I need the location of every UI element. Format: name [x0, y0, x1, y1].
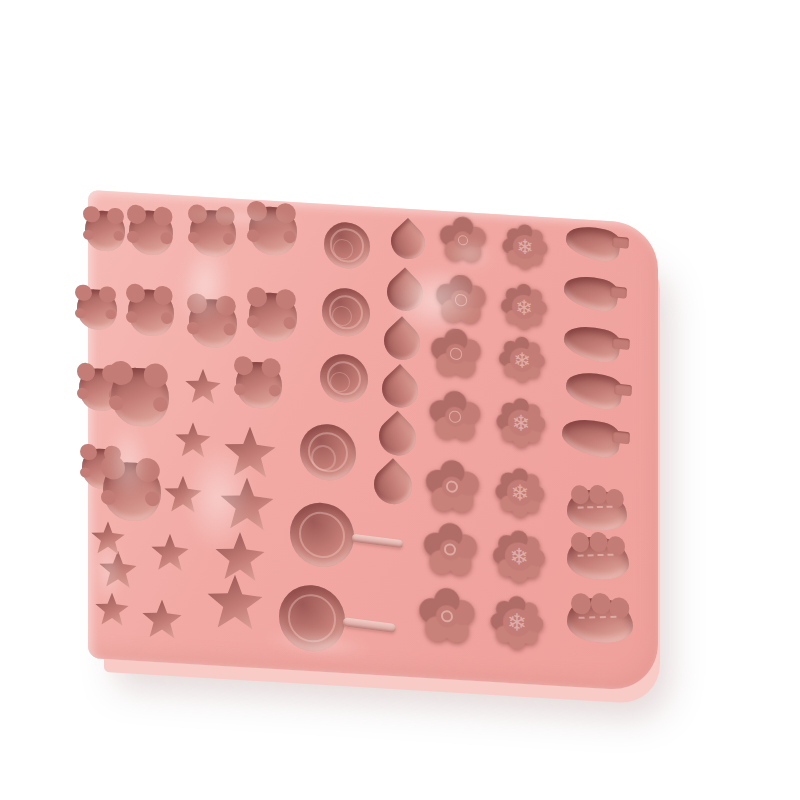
cavity-bear: [236, 361, 282, 410]
cavity-berry: [322, 287, 370, 338]
cavity-snowflake: [490, 594, 544, 651]
cavity-star: [215, 531, 265, 584]
silicone-mold: [88, 190, 658, 692]
cavity-star: [142, 598, 182, 640]
cavity-berry: [324, 221, 370, 270]
cavity-snowflake: [502, 223, 548, 272]
cavity-bear: [190, 209, 236, 258]
cavity-hedgehog: [567, 596, 633, 644]
photo-background: { "scene": { "description": "Overhead ph…: [0, 0, 800, 800]
cavity-star: [164, 475, 202, 515]
cavity-snowflake: [498, 334, 546, 385]
cavity-star: [220, 476, 274, 533]
cavity-carrot: [564, 222, 622, 265]
cavity-flower: [441, 217, 485, 264]
cavity-drop: [375, 364, 426, 415]
cavity-bear: [111, 366, 169, 427]
cavity-drop: [384, 218, 432, 266]
cavity-star: [91, 520, 125, 556]
cavity-flower: [421, 589, 473, 644]
cavity-star: [185, 368, 221, 406]
cavity-bear: [85, 210, 125, 252]
cavity-snowflake: [495, 466, 545, 519]
cavity-drop: [380, 267, 431, 318]
cavity-star: [175, 421, 211, 459]
cavity-layer: [88, 190, 658, 692]
cavity-star: [207, 573, 263, 632]
cavity-bear: [249, 206, 297, 257]
cavity-drop: [366, 458, 420, 512]
cavity-flower: [431, 391, 479, 442]
cavity-hedgehog: [567, 488, 627, 532]
cavity-hedgehog: [567, 535, 629, 581]
cavity-star: [151, 533, 189, 573]
cavity-star: [224, 425, 276, 480]
cavity-drop: [377, 316, 428, 367]
cavity-drop: [371, 410, 423, 462]
cavity-flower: [425, 523, 475, 576]
cavity-flower: [438, 276, 484, 325]
cavity-carrot: [562, 271, 620, 314]
cavity-bear: [189, 298, 237, 349]
cavity-bear: [129, 209, 173, 256]
cavity-bear: [249, 292, 297, 343]
glare-highlight: [148, 204, 328, 231]
cavity-snowflake: [496, 396, 546, 449]
cavity-flower: [433, 329, 479, 378]
cavity-bear: [77, 288, 117, 330]
cavity-snowflake: [493, 529, 545, 584]
cavity-carrot: [562, 321, 622, 365]
cavity-carrot: [560, 414, 623, 461]
cavity-berry: [300, 423, 356, 482]
cavity-lollipop: [290, 501, 354, 569]
cavity-flower: [427, 460, 477, 513]
cavity-lollipop: [279, 583, 345, 653]
cavity-carrot: [564, 367, 625, 412]
cavity-star: [95, 591, 129, 627]
cavity-bear: [103, 461, 161, 522]
cavity-star: [99, 550, 137, 590]
cavity-bear: [128, 288, 174, 337]
cavity-snowflake: [500, 281, 548, 332]
cavity-berry: [320, 353, 368, 404]
